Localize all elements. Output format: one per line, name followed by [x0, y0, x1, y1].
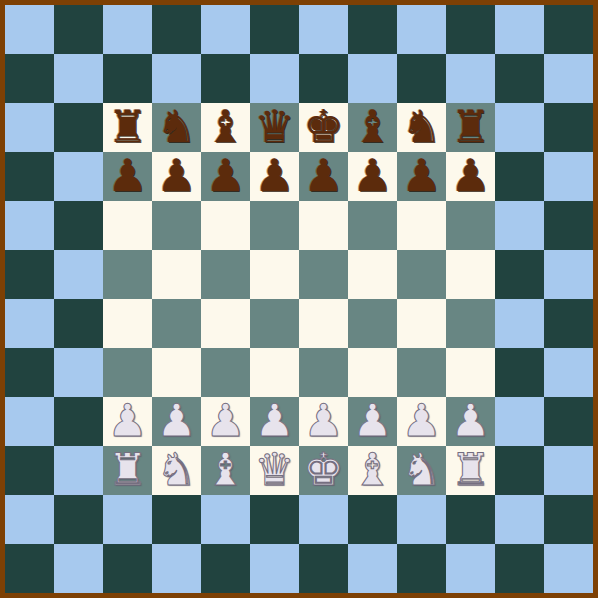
frame-square [495, 495, 544, 544]
frame-square [544, 250, 593, 299]
square-g1[interactable]: ♞ [397, 446, 446, 495]
frame-square [54, 201, 103, 250]
frame-square [5, 348, 54, 397]
frame-square [397, 5, 446, 54]
frame-square [299, 495, 348, 544]
square-e6[interactable] [299, 201, 348, 250]
frame-square [5, 446, 54, 495]
frame-square [495, 201, 544, 250]
frame-square [544, 446, 593, 495]
square-g6[interactable] [397, 201, 446, 250]
square-f5[interactable] [348, 250, 397, 299]
frame-square [54, 544, 103, 593]
square-b6[interactable] [152, 201, 201, 250]
frame-square [495, 397, 544, 446]
square-b5[interactable] [152, 250, 201, 299]
square-f7[interactable]: ♟ [348, 152, 397, 201]
frame-square [299, 54, 348, 103]
frame-square [5, 495, 54, 544]
frame-square [495, 54, 544, 103]
black-king[interactable]: ♚ [303, 102, 343, 151]
frame-square [544, 152, 593, 201]
frame-square [5, 5, 54, 54]
square-e8[interactable]: ♚ [299, 103, 348, 152]
square-b7[interactable]: ♟ [152, 152, 201, 201]
frame-square [54, 250, 103, 299]
white-pawn[interactable]: ♟ [352, 396, 392, 445]
square-d5[interactable] [250, 250, 299, 299]
frame-square [544, 103, 593, 152]
square-a6[interactable] [103, 201, 152, 250]
frame-square [5, 250, 54, 299]
chess-board: ♜♞♝♛♚♝♞♜♟♟♟♟♟♟♟♟♟♟♟♟♟♟♟♟♜♞♝♛♚♝♞♜ [5, 5, 593, 593]
white-pawn[interactable]: ♟ [156, 396, 196, 445]
frame-square [54, 299, 103, 348]
frame-square [495, 348, 544, 397]
square-h3[interactable] [446, 348, 495, 397]
square-b3[interactable] [152, 348, 201, 397]
frame-square [250, 495, 299, 544]
board-frame: ♜♞♝♛♚♝♞♜♟♟♟♟♟♟♟♟♟♟♟♟♟♟♟♟♜♞♝♛♚♝♞♜ [0, 0, 598, 598]
frame-square [201, 495, 250, 544]
square-g4[interactable] [397, 299, 446, 348]
square-c6[interactable] [201, 201, 250, 250]
square-b8[interactable]: ♞ [152, 103, 201, 152]
square-h1[interactable]: ♜ [446, 446, 495, 495]
square-f3[interactable] [348, 348, 397, 397]
square-c1[interactable]: ♝ [201, 446, 250, 495]
black-pawn[interactable]: ♟ [450, 151, 490, 200]
frame-square [103, 5, 152, 54]
square-f6[interactable] [348, 201, 397, 250]
frame-square [152, 544, 201, 593]
frame-square [495, 5, 544, 54]
black-rook[interactable]: ♜ [107, 102, 147, 151]
black-bishop[interactable]: ♝ [205, 102, 245, 151]
frame-square [54, 152, 103, 201]
square-d1[interactable]: ♛ [250, 446, 299, 495]
frame-square [544, 348, 593, 397]
white-pawn[interactable]: ♟ [303, 396, 343, 445]
square-d4[interactable] [250, 299, 299, 348]
square-c8[interactable]: ♝ [201, 103, 250, 152]
white-knight[interactable]: ♞ [156, 445, 196, 494]
square-a2[interactable]: ♟ [103, 397, 152, 446]
frame-square [544, 299, 593, 348]
white-rook[interactable]: ♜ [450, 445, 490, 494]
white-pawn[interactable]: ♟ [401, 396, 441, 445]
frame-square [5, 299, 54, 348]
frame-square [299, 5, 348, 54]
square-e4[interactable] [299, 299, 348, 348]
frame-square [495, 103, 544, 152]
square-g2[interactable]: ♟ [397, 397, 446, 446]
frame-square [446, 495, 495, 544]
white-bishop[interactable]: ♝ [205, 445, 245, 494]
black-pawn[interactable]: ♟ [254, 151, 294, 200]
square-e7[interactable]: ♟ [299, 152, 348, 201]
square-h4[interactable] [446, 299, 495, 348]
square-c3[interactable] [201, 348, 250, 397]
frame-square [397, 544, 446, 593]
frame-square [152, 495, 201, 544]
square-d6[interactable] [250, 201, 299, 250]
frame-square [299, 544, 348, 593]
frame-square [54, 348, 103, 397]
square-a8[interactable]: ♜ [103, 103, 152, 152]
square-g3[interactable] [397, 348, 446, 397]
white-queen[interactable]: ♛ [254, 445, 294, 494]
black-pawn[interactable]: ♟ [303, 151, 343, 200]
frame-square [103, 495, 152, 544]
frame-square [5, 201, 54, 250]
frame-square [495, 299, 544, 348]
square-d7[interactable]: ♟ [250, 152, 299, 201]
frame-square [201, 544, 250, 593]
frame-square [5, 544, 54, 593]
square-b2[interactable]: ♟ [152, 397, 201, 446]
square-c4[interactable] [201, 299, 250, 348]
frame-square [544, 201, 593, 250]
frame-square [201, 54, 250, 103]
square-h6[interactable] [446, 201, 495, 250]
square-h5[interactable] [446, 250, 495, 299]
frame-square [495, 446, 544, 495]
square-a3[interactable] [103, 348, 152, 397]
frame-square [152, 54, 201, 103]
frame-square [103, 544, 152, 593]
frame-square [544, 54, 593, 103]
white-pawn[interactable]: ♟ [254, 396, 294, 445]
frame-square [54, 446, 103, 495]
white-knight[interactable]: ♞ [401, 445, 441, 494]
square-f4[interactable] [348, 299, 397, 348]
square-a7[interactable]: ♟ [103, 152, 152, 201]
square-b1[interactable]: ♞ [152, 446, 201, 495]
square-e1[interactable]: ♚ [299, 446, 348, 495]
black-bishop[interactable]: ♝ [352, 102, 392, 151]
square-e3[interactable] [299, 348, 348, 397]
frame-square [348, 5, 397, 54]
black-rook[interactable]: ♜ [450, 102, 490, 151]
frame-square [495, 544, 544, 593]
frame-square [446, 54, 495, 103]
frame-square [5, 152, 54, 201]
frame-square [250, 544, 299, 593]
black-pawn[interactable]: ♟ [352, 151, 392, 200]
frame-square [103, 54, 152, 103]
frame-square [495, 152, 544, 201]
white-rook[interactable]: ♜ [107, 445, 147, 494]
frame-square [5, 397, 54, 446]
black-pawn[interactable]: ♟ [401, 151, 441, 200]
frame-square [5, 103, 54, 152]
frame-square [544, 397, 593, 446]
frame-square [250, 54, 299, 103]
frame-square [250, 5, 299, 54]
frame-square [446, 544, 495, 593]
white-bishop[interactable]: ♝ [352, 445, 392, 494]
black-queen[interactable]: ♛ [254, 102, 294, 151]
frame-square [397, 495, 446, 544]
frame-square [348, 54, 397, 103]
white-pawn[interactable]: ♟ [107, 396, 147, 445]
square-d2[interactable]: ♟ [250, 397, 299, 446]
square-g8[interactable]: ♞ [397, 103, 446, 152]
frame-square [201, 5, 250, 54]
square-b4[interactable] [152, 299, 201, 348]
frame-square [446, 5, 495, 54]
frame-square [544, 495, 593, 544]
square-h8[interactable]: ♜ [446, 103, 495, 152]
frame-square [348, 544, 397, 593]
frame-square [495, 250, 544, 299]
frame-square [54, 103, 103, 152]
square-a5[interactable] [103, 250, 152, 299]
black-knight[interactable]: ♞ [156, 102, 196, 151]
white-pawn[interactable]: ♟ [450, 396, 490, 445]
square-g5[interactable] [397, 250, 446, 299]
frame-square [152, 5, 201, 54]
frame-square [348, 495, 397, 544]
frame-square [54, 397, 103, 446]
frame-square [54, 54, 103, 103]
square-a4[interactable] [103, 299, 152, 348]
black-knight[interactable]: ♞ [401, 102, 441, 151]
white-pawn[interactable]: ♟ [205, 396, 245, 445]
frame-square [397, 54, 446, 103]
black-pawn[interactable]: ♟ [107, 151, 147, 200]
square-f8[interactable]: ♝ [348, 103, 397, 152]
square-f2[interactable]: ♟ [348, 397, 397, 446]
square-e5[interactable] [299, 250, 348, 299]
black-pawn[interactable]: ♟ [156, 151, 196, 200]
square-g7[interactable]: ♟ [397, 152, 446, 201]
frame-square [544, 5, 593, 54]
white-king[interactable]: ♚ [303, 445, 343, 494]
frame-square [5, 54, 54, 103]
black-pawn[interactable]: ♟ [205, 151, 245, 200]
square-a1[interactable]: ♜ [103, 446, 152, 495]
frame-square [54, 495, 103, 544]
square-e2[interactable]: ♟ [299, 397, 348, 446]
frame-square [544, 544, 593, 593]
frame-square [54, 5, 103, 54]
square-c2[interactable]: ♟ [201, 397, 250, 446]
square-d8[interactable]: ♛ [250, 103, 299, 152]
square-c5[interactable] [201, 250, 250, 299]
square-h2[interactable]: ♟ [446, 397, 495, 446]
square-c7[interactable]: ♟ [201, 152, 250, 201]
square-d3[interactable] [250, 348, 299, 397]
square-f1[interactable]: ♝ [348, 446, 397, 495]
square-h7[interactable]: ♟ [446, 152, 495, 201]
